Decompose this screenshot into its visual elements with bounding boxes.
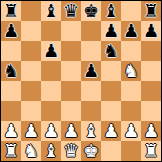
square-a4[interactable] bbox=[1, 81, 21, 101]
square-h2[interactable]: ♟ bbox=[141, 121, 161, 141]
square-h4[interactable] bbox=[141, 81, 161, 101]
square-b7[interactable] bbox=[21, 21, 41, 41]
square-b2[interactable]: ♟ bbox=[21, 121, 41, 141]
square-d7[interactable] bbox=[61, 21, 81, 41]
black-knight-icon: ♞ bbox=[3, 61, 19, 81]
black-pawn-icon: ♟ bbox=[143, 21, 159, 41]
white-pawn-icon: ♟ bbox=[63, 121, 79, 141]
black-pawn-icon: ♟ bbox=[123, 21, 139, 41]
square-e5[interactable]: ♟ bbox=[81, 61, 101, 81]
square-a8[interactable]: ♜ bbox=[1, 1, 21, 21]
black-queen-icon: ♛ bbox=[63, 1, 79, 21]
square-c8[interactable]: ♝ bbox=[41, 1, 61, 21]
white-bishop-icon: ♝ bbox=[43, 141, 59, 161]
square-g5[interactable]: ♞ bbox=[121, 61, 141, 81]
square-c4[interactable] bbox=[41, 81, 61, 101]
square-d6[interactable] bbox=[61, 41, 81, 61]
square-c1[interactable]: ♝ bbox=[41, 141, 61, 161]
square-a1[interactable]: ♜ bbox=[1, 141, 21, 161]
black-pawn-icon: ♟ bbox=[3, 21, 19, 41]
black-knight-icon: ♞ bbox=[103, 41, 119, 61]
white-pawn-icon: ♟ bbox=[23, 121, 39, 141]
square-g7[interactable]: ♟ bbox=[121, 21, 141, 41]
square-g3[interactable] bbox=[121, 101, 141, 121]
square-f8[interactable]: ♝ bbox=[101, 1, 121, 21]
black-rook-icon: ♜ bbox=[3, 1, 19, 21]
black-pawn-icon: ♟ bbox=[103, 21, 119, 41]
white-bishop-icon: ♝ bbox=[83, 121, 99, 141]
black-pawn-icon: ♟ bbox=[83, 61, 99, 81]
square-h1[interactable]: ♜ bbox=[141, 141, 161, 161]
white-king-icon: ♚ bbox=[83, 141, 99, 161]
chess-board-frame: ♜♝♛♚♝♜♟♟♟♟♟♞♞♟♞♟♟♟♟♝♟♟♟♜♞♝♛♚♜ bbox=[0, 0, 162, 162]
square-h7[interactable]: ♟ bbox=[141, 21, 161, 41]
square-d2[interactable]: ♟ bbox=[61, 121, 81, 141]
square-e7[interactable] bbox=[81, 21, 101, 41]
white-rook-icon: ♜ bbox=[143, 141, 159, 161]
black-pawn-icon: ♟ bbox=[43, 41, 59, 61]
square-a7[interactable]: ♟ bbox=[1, 21, 21, 41]
square-a2[interactable]: ♟ bbox=[1, 121, 21, 141]
square-f2[interactable]: ♟ bbox=[101, 121, 121, 141]
square-b6[interactable] bbox=[21, 41, 41, 61]
square-e3[interactable] bbox=[81, 101, 101, 121]
white-pawn-icon: ♟ bbox=[3, 121, 19, 141]
square-b3[interactable] bbox=[21, 101, 41, 121]
square-f3[interactable] bbox=[101, 101, 121, 121]
white-pawn-icon: ♟ bbox=[43, 121, 59, 141]
square-f1[interactable] bbox=[101, 141, 121, 161]
white-rook-icon: ♜ bbox=[3, 141, 19, 161]
square-h3[interactable] bbox=[141, 101, 161, 121]
square-g1[interactable] bbox=[121, 141, 141, 161]
square-d1[interactable]: ♛ bbox=[61, 141, 81, 161]
chess-board: ♜♝♛♚♝♜♟♟♟♟♟♞♞♟♞♟♟♟♟♝♟♟♟♜♞♝♛♚♜ bbox=[1, 1, 161, 161]
black-bishop-icon: ♝ bbox=[103, 1, 119, 21]
black-king-icon: ♚ bbox=[83, 1, 99, 21]
black-bishop-icon: ♝ bbox=[43, 1, 59, 21]
square-h8[interactable]: ♜ bbox=[141, 1, 161, 21]
square-c6[interactable]: ♟ bbox=[41, 41, 61, 61]
square-e8[interactable]: ♚ bbox=[81, 1, 101, 21]
square-b1[interactable]: ♞ bbox=[21, 141, 41, 161]
square-d5[interactable] bbox=[61, 61, 81, 81]
square-c3[interactable] bbox=[41, 101, 61, 121]
square-a6[interactable] bbox=[1, 41, 21, 61]
square-g6[interactable] bbox=[121, 41, 141, 61]
white-pawn-icon: ♟ bbox=[103, 121, 119, 141]
white-pawn-icon: ♟ bbox=[123, 121, 139, 141]
square-b8[interactable] bbox=[21, 1, 41, 21]
square-e1[interactable]: ♚ bbox=[81, 141, 101, 161]
square-f5[interactable] bbox=[101, 61, 121, 81]
square-g4[interactable] bbox=[121, 81, 141, 101]
square-h5[interactable] bbox=[141, 61, 161, 81]
black-rook-icon: ♜ bbox=[143, 1, 159, 21]
square-b4[interactable] bbox=[21, 81, 41, 101]
white-queen-icon: ♛ bbox=[63, 141, 79, 161]
square-b5[interactable] bbox=[21, 61, 41, 81]
white-knight-icon: ♞ bbox=[23, 141, 39, 161]
square-e2[interactable]: ♝ bbox=[81, 121, 101, 141]
white-pawn-icon: ♟ bbox=[143, 121, 159, 141]
white-knight-icon: ♞ bbox=[123, 61, 139, 81]
square-e6[interactable] bbox=[81, 41, 101, 61]
square-a5[interactable]: ♞ bbox=[1, 61, 21, 81]
square-g2[interactable]: ♟ bbox=[121, 121, 141, 141]
square-c7[interactable] bbox=[41, 21, 61, 41]
square-f7[interactable]: ♟ bbox=[101, 21, 121, 41]
square-a3[interactable] bbox=[1, 101, 21, 121]
square-d3[interactable] bbox=[61, 101, 81, 121]
square-g8[interactable] bbox=[121, 1, 141, 21]
square-d8[interactable]: ♛ bbox=[61, 1, 81, 21]
square-c5[interactable] bbox=[41, 61, 61, 81]
square-e4[interactable] bbox=[81, 81, 101, 101]
square-f4[interactable] bbox=[101, 81, 121, 101]
square-c2[interactable]: ♟ bbox=[41, 121, 61, 141]
square-f6[interactable]: ♞ bbox=[101, 41, 121, 61]
square-d4[interactable] bbox=[61, 81, 81, 101]
square-h6[interactable] bbox=[141, 41, 161, 61]
